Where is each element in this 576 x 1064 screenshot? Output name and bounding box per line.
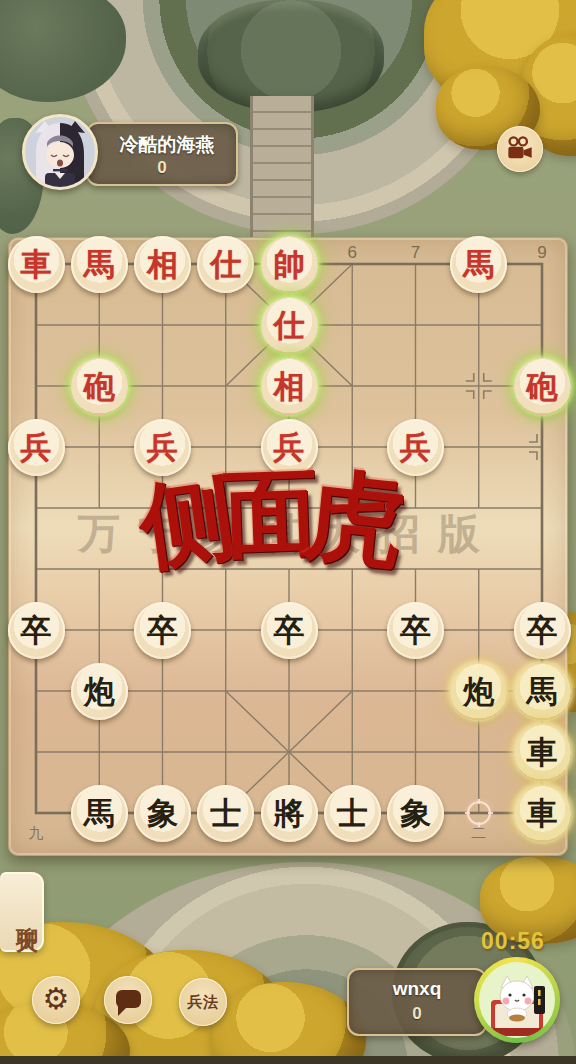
settings-button[interactable]: ⚙ — [32, 976, 80, 1024]
xiangqi-board[interactable]: 万宁象棋大招版 679九二 車馬相仕帥馬仕砲相砲兵兵兵兵卒卒卒卒卒炮炮馬車馬象士… — [8, 237, 568, 856]
piece-red-兵[interactable]: 兵 — [134, 419, 191, 476]
piece-red-帥[interactable]: 帥 — [261, 236, 318, 293]
piece-red-砲[interactable]: 砲 — [514, 358, 571, 415]
file-label-top: 6 — [339, 243, 365, 263]
top-player-name: 冷酷的海燕 — [88, 132, 236, 158]
file-label-bottom: 九 — [23, 824, 49, 843]
piece-red-相[interactable]: 相 — [261, 358, 318, 415]
cat-avatar-image — [479, 962, 555, 1038]
game-screen: 冷酷的海燕 0 — [0, 0, 576, 1064]
piece-black-卒[interactable]: 卒 — [8, 602, 65, 659]
background-stone-pillar — [250, 96, 314, 238]
bottom-player-name: wnxq — [349, 978, 485, 1000]
file-label-top: 7 — [403, 243, 429, 263]
piece-black-卒[interactable]: 卒 — [261, 602, 318, 659]
piece-black-士[interactable]: 士 — [324, 785, 381, 842]
bottom-player-plate: wnxq 0 — [347, 968, 487, 1036]
piece-black-車[interactable]: 車 — [514, 724, 571, 781]
piece-black-象[interactable]: 象 — [134, 785, 191, 842]
piece-black-士[interactable]: 士 — [197, 785, 254, 842]
piece-black-炮[interactable]: 炮 — [450, 663, 507, 720]
piece-red-仕[interactable]: 仕 — [261, 297, 318, 354]
bottom-player-avatar[interactable] — [474, 957, 560, 1043]
piece-black-象[interactable]: 象 — [387, 785, 444, 842]
camera-icon — [506, 136, 534, 162]
top-player-score: 0 — [88, 158, 236, 178]
top-player-avatar[interactable] — [22, 114, 98, 190]
piece-black-將[interactable]: 將 — [261, 785, 318, 842]
piece-black-卒[interactable]: 卒 — [387, 602, 444, 659]
piece-black-卒[interactable]: 卒 — [514, 602, 571, 659]
piece-red-砲[interactable]: 砲 — [71, 358, 128, 415]
top-player-plate: 冷酷的海燕 0 — [86, 122, 238, 186]
piece-black-馬[interactable]: 馬 — [71, 785, 128, 842]
piece-black-馬[interactable]: 馬 — [514, 663, 571, 720]
piece-red-相[interactable]: 相 — [134, 236, 191, 293]
chat-bubble-icon — [116, 990, 141, 1008]
piece-black-卒[interactable]: 卒 — [134, 602, 191, 659]
move-timer: 00:56 — [468, 928, 558, 955]
strategy-button[interactable]: 兵法 — [179, 978, 227, 1026]
piece-red-車[interactable]: 車 — [8, 236, 65, 293]
anime-girl-avatar-image — [25, 117, 95, 187]
formation-title-overlay: 侧面虎 — [145, 470, 397, 564]
emote-chat-button[interactable] — [104, 976, 152, 1024]
chat-button[interactable]: 聊天 — [0, 872, 44, 952]
gear-icon: ⚙ — [32, 976, 80, 1024]
camera-button[interactable] — [497, 126, 543, 172]
piece-black-車[interactable]: 車 — [514, 785, 571, 842]
file-label-top: 9 — [529, 243, 555, 263]
move-origin-marker — [467, 801, 491, 825]
bottom-player-score: 0 — [349, 1004, 485, 1024]
piece-black-炮[interactable]: 炮 — [71, 663, 128, 720]
piece-red-仕[interactable]: 仕 — [197, 236, 254, 293]
formation-title-char: 虎 — [300, 464, 410, 574]
piece-red-兵[interactable]: 兵 — [8, 419, 65, 476]
screen-bottom-strip — [0, 1056, 576, 1064]
piece-red-馬[interactable]: 馬 — [71, 236, 128, 293]
piece-red-馬[interactable]: 馬 — [450, 236, 507, 293]
